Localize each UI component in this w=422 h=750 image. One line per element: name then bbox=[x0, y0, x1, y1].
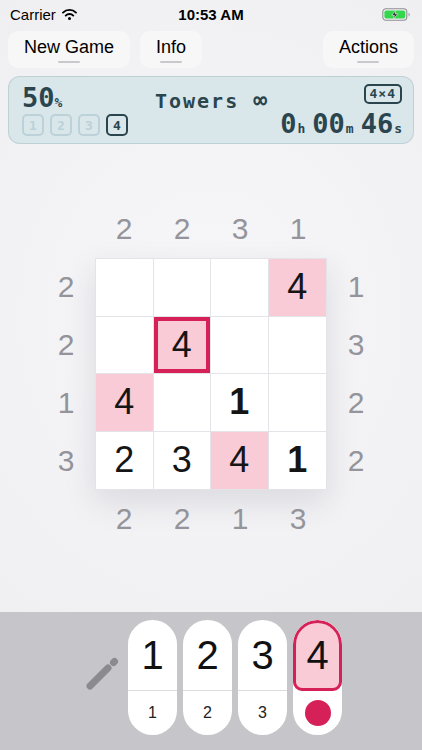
board-cell-r1c4[interactable]: 4 bbox=[269, 259, 327, 317]
board-cell-r2c1[interactable] bbox=[96, 317, 154, 375]
status-right bbox=[382, 8, 412, 21]
timer-minutes: 00 bbox=[312, 110, 345, 137]
pill-4-mark-button[interactable] bbox=[293, 691, 342, 735]
clues-bottom: 2213 bbox=[95, 490, 327, 548]
clue-left-2: 2 bbox=[37, 316, 95, 374]
clue-left-3: 1 bbox=[37, 374, 95, 432]
title-text: Towers bbox=[155, 89, 239, 113]
clue-bottom-1: 2 bbox=[95, 490, 153, 548]
clues-left: 2213 bbox=[37, 258, 95, 490]
pill-2-mark-button[interactable]: 2 bbox=[183, 691, 232, 735]
number-pill-1: 11 bbox=[128, 620, 177, 735]
selected-dot-icon bbox=[305, 700, 331, 726]
info-button[interactable]: Info bbox=[140, 31, 202, 68]
board-cell-r1c1[interactable] bbox=[96, 259, 154, 317]
board-cell-r4c4[interactable]: 1 bbox=[269, 432, 327, 490]
pencil-mode-button[interactable] bbox=[80, 652, 124, 696]
nav-spacer bbox=[212, 31, 313, 68]
clue-top-3: 3 bbox=[211, 200, 269, 258]
clue-top-4: 1 bbox=[269, 200, 327, 258]
board: 44412341 bbox=[95, 258, 327, 490]
level-indicator-row: 1234 bbox=[22, 114, 128, 136]
timer-hours-unit: h bbox=[297, 122, 305, 135]
board-cell-r3c1[interactable]: 4 bbox=[96, 374, 154, 432]
clue-left-1: 2 bbox=[37, 258, 95, 316]
clue-bottom-3: 1 bbox=[211, 490, 269, 548]
clue-right-4: 2 bbox=[327, 432, 385, 490]
clue-right-1: 1 bbox=[327, 258, 385, 316]
clue-top-2: 2 bbox=[153, 200, 211, 258]
actions-button[interactable]: Actions bbox=[323, 31, 414, 68]
board-cell-r3c3[interactable]: 1 bbox=[211, 374, 269, 432]
timer-hours: 0 bbox=[280, 110, 296, 137]
pill-2-value-button[interactable]: 2 bbox=[183, 620, 232, 691]
timer-seconds-unit: s bbox=[394, 122, 402, 135]
clue-right-2: 3 bbox=[327, 316, 385, 374]
timer-readout: 0h00m46s bbox=[280, 110, 402, 137]
timer-minutes-unit: m bbox=[346, 122, 354, 135]
board-cell-r1c3[interactable] bbox=[211, 259, 269, 317]
pill-1-value-button[interactable]: 1 bbox=[128, 620, 177, 691]
bottom-toolbar: 1122334 bbox=[0, 612, 422, 750]
board-cell-r2c3[interactable] bbox=[211, 317, 269, 375]
status-left: Carrier bbox=[10, 6, 78, 23]
clue-left-4: 3 bbox=[37, 432, 95, 490]
board-size-badge: 4×4 bbox=[364, 84, 402, 104]
lcd-panel: 50% Towers ∞ 4×4 1234 0h00m46s bbox=[8, 76, 414, 144]
board-cell-r2c4[interactable] bbox=[269, 317, 327, 375]
pill-3-mark-button[interactable]: 3 bbox=[238, 691, 287, 735]
status-bar: Carrier 10:53 AM bbox=[0, 0, 422, 24]
board-cell-r1c2[interactable] bbox=[154, 259, 212, 317]
battery-charging-icon bbox=[382, 8, 412, 21]
clue-top-1: 2 bbox=[95, 200, 153, 258]
infinity-icon: ∞ bbox=[253, 87, 267, 113]
nav-bar: New Game Info Actions bbox=[8, 31, 414, 68]
puzzle-area: 2231 2213 44412341 1322 2213 bbox=[37, 200, 385, 548]
board-cell-r4c1[interactable]: 2 bbox=[96, 432, 154, 490]
board-cell-r4c2[interactable]: 3 bbox=[154, 432, 212, 490]
lcd-level-4: 4 bbox=[106, 114, 128, 136]
pill-4-value-button[interactable]: 4 bbox=[293, 620, 342, 691]
board-cell-r3c2[interactable] bbox=[154, 374, 212, 432]
wifi-icon bbox=[61, 8, 78, 20]
number-pill-4: 4 bbox=[293, 620, 342, 735]
app-screen: Carrier 10:53 AM New Game Info Actions 5… bbox=[0, 0, 422, 750]
pill-1-mark-button[interactable]: 1 bbox=[128, 691, 177, 735]
clue-bottom-4: 3 bbox=[269, 490, 327, 548]
lcd-level-1: 1 bbox=[22, 114, 44, 136]
lcd-level-2: 2 bbox=[50, 114, 72, 136]
pill-3-value-button[interactable]: 3 bbox=[238, 620, 287, 691]
clues-top: 2231 bbox=[95, 200, 327, 258]
new-game-button[interactable]: New Game bbox=[8, 31, 130, 68]
carrier-label: Carrier bbox=[10, 6, 56, 23]
clock: 10:53 AM bbox=[178, 6, 243, 23]
clue-right-3: 2 bbox=[327, 374, 385, 432]
board-cell-r4c3[interactable]: 4 bbox=[211, 432, 269, 490]
board-cell-r3c4[interactable] bbox=[269, 374, 327, 432]
lcd-level-3: 3 bbox=[78, 114, 100, 136]
number-pill-3: 33 bbox=[238, 620, 287, 735]
number-pill-2: 22 bbox=[183, 620, 232, 735]
clue-bottom-2: 2 bbox=[153, 490, 211, 548]
clues-right: 1322 bbox=[327, 258, 385, 490]
number-pill-row: 1122334 bbox=[128, 620, 342, 735]
board-cell-r2c2[interactable]: 4 bbox=[154, 317, 212, 375]
timer-seconds: 46 bbox=[361, 110, 394, 137]
pencil-icon bbox=[82, 653, 122, 693]
